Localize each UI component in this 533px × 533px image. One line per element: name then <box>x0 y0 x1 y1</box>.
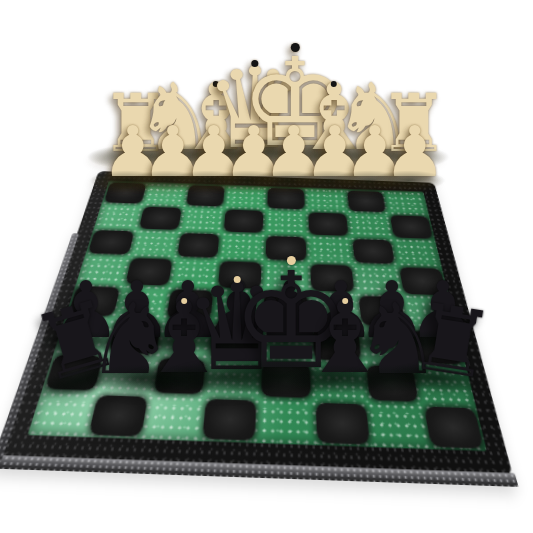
square-r3c3-dark[interactable] <box>174 231 221 259</box>
square-r8c8-dark[interactable] <box>422 404 487 451</box>
square-r8c7-light[interactable] <box>367 403 429 450</box>
piece-black-rook[interactable]: ♜ <box>404 290 500 394</box>
square-r2c3-light[interactable] <box>179 206 224 232</box>
finial-dot <box>291 43 300 52</box>
square-r3c2-light[interactable] <box>130 230 179 258</box>
square-r8c2-dark[interactable] <box>85 393 150 439</box>
square-r1c8-light[interactable] <box>384 190 429 214</box>
board-edge-bevel <box>0 455 518 487</box>
piece-shadow <box>370 170 447 191</box>
square-r2c2-dark[interactable] <box>136 205 183 231</box>
square-r2c1-light[interactable] <box>94 204 143 230</box>
square-r2c7-light[interactable] <box>347 212 392 238</box>
chessboard-photo: ♜♞♝♛♚♝♞♜♟♟♟♟♟♟♟♟♟♟♟♟♟♟♟♟♜♞♝♛♚♝♞♜ <box>0 0 533 533</box>
square-r2c6-dark[interactable] <box>306 211 350 237</box>
square-r2c4-dark[interactable] <box>222 208 266 234</box>
square-r3c7-dark[interactable] <box>350 237 397 266</box>
square-r2c8-dark[interactable] <box>388 214 435 240</box>
square-r8c3-light[interactable] <box>142 395 204 441</box>
square-r3c8-light[interactable] <box>392 239 441 268</box>
square-r2c5-light[interactable] <box>264 209 307 235</box>
square-r8c4-dark[interactable] <box>200 397 259 443</box>
piece-white-pawn[interactable]: ♟ <box>384 117 447 187</box>
square-r3c1-dark[interactable] <box>85 228 136 256</box>
finial-dot <box>342 298 348 304</box>
square-r8c5-light[interactable] <box>257 399 314 445</box>
square-r8c6-dark[interactable] <box>313 401 372 447</box>
finial-dot <box>286 256 295 265</box>
